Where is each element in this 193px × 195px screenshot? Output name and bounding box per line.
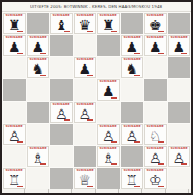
square-d4: SURINAME♙ (74, 102, 97, 123)
sheet-title-strip: UITGIFTE 2005: BOTWINNIK - KERES, DEN HA… (2, 2, 191, 12)
square-c6 (50, 57, 73, 78)
stamp-g7: SURINAME♟ (144, 35, 167, 56)
square-a1: SURINAME♖ (3, 168, 26, 189)
stamp-a7: SURINAME♟ (3, 35, 26, 56)
square-e1 (97, 168, 120, 189)
stamp-country-label: SURINAME (147, 125, 164, 127)
square-e6 (97, 57, 120, 78)
square-b7: SURINAME♟ (27, 35, 50, 56)
square-a7: SURINAME♟ (3, 35, 26, 56)
square-b3 (27, 124, 50, 145)
stamp-value-mark (87, 75, 93, 77)
square-b5 (27, 79, 50, 100)
square-g3: SURINAME♘ (144, 124, 167, 145)
stamp-value-mark (17, 186, 23, 188)
square-f3: SURINAME♙ (121, 124, 144, 145)
stamp-value-mark (111, 163, 117, 165)
sheet-selvage (2, 189, 191, 193)
square-e4 (97, 102, 120, 123)
stamp-e5: SURINAME♟ (97, 79, 120, 100)
square-e8: SURINAME♜ (97, 13, 120, 34)
stamp-f7: SURINAME♟ (121, 35, 144, 56)
square-c4: SURINAME♙ (50, 102, 73, 123)
square-d7 (74, 35, 97, 56)
square-h6 (168, 57, 191, 78)
square-d1: SURINAME♕ (74, 168, 97, 189)
square-g6 (144, 57, 167, 78)
stamp-b7: SURINAME♟ (27, 35, 50, 56)
stamp-value-mark (40, 75, 46, 77)
square-c2 (50, 146, 73, 167)
stamp-g3: SURINAME♘ (144, 124, 167, 145)
stamp-value-mark (158, 53, 164, 55)
square-c3 (50, 124, 73, 145)
stamp-country-label: SURINAME (76, 58, 93, 60)
stamp-country-label: SURINAME (100, 14, 117, 16)
stamp-value-mark (40, 163, 46, 165)
stamp-country-label: SURINAME (29, 36, 46, 38)
stamp-value-mark (87, 119, 93, 121)
square-d8: SURINAME♛ (74, 13, 97, 34)
stamp-g1: SURINAME♔ (144, 168, 167, 189)
stamp-f6: SURINAME♞ (121, 57, 144, 78)
stamp-sheet: UITGIFTE 2005: BOTWINNIK - KERES, DEN HA… (0, 0, 193, 195)
square-e7 (97, 35, 120, 56)
square-a4 (3, 102, 26, 123)
stamp-value-mark (134, 75, 140, 77)
stamp-country-label: SURINAME (53, 103, 70, 105)
stamp-b2: SURINAME♗ (27, 146, 50, 167)
stamp-country-label: SURINAME (100, 125, 117, 127)
stamp-country-label: SURINAME (76, 14, 93, 16)
square-b8 (27, 13, 50, 34)
stamp-value-mark (17, 53, 23, 55)
stamp-g8: SURINAME♚ (144, 13, 167, 34)
stamp-f1: SURINAME♖ (121, 168, 144, 189)
stamp-value-mark (17, 31, 23, 33)
stamp-country-label: SURINAME (123, 58, 140, 60)
square-a5 (3, 79, 26, 100)
stamp-e8: SURINAME♜ (97, 13, 120, 34)
square-f1: SURINAME♖ (121, 168, 144, 189)
square-f2 (121, 146, 144, 167)
square-a6 (3, 57, 26, 78)
stamp-f3: SURINAME♙ (121, 124, 144, 145)
stamp-d4: SURINAME♙ (74, 102, 97, 123)
stamp-g2: SURINAME♙ (144, 146, 167, 167)
stamp-a8: SURINAME♜ (3, 13, 26, 34)
square-g8: SURINAME♚ (144, 13, 167, 34)
stamp-b6: SURINAME♞ (27, 57, 50, 78)
stamp-value-mark (64, 31, 70, 33)
square-h8 (168, 13, 191, 34)
stamp-country-label: SURINAME (147, 147, 164, 149)
chess-board: SURINAME♜SURINAME♝SURINAME♛SURINAME♜SURI… (2, 12, 191, 189)
stamp-a1: SURINAME♖ (3, 168, 26, 189)
square-g5 (144, 79, 167, 100)
square-c5 (50, 79, 73, 100)
sheet-title: UITGIFTE 2005: BOTWINNIK - KERES, DEN HA… (30, 4, 162, 9)
stamp-country-label: SURINAME (123, 169, 140, 171)
stamp-h7: SURINAME♟ (168, 35, 191, 56)
square-g7: SURINAME♟ (144, 35, 167, 56)
stamp-value-mark (181, 163, 187, 165)
stamp-country-label: SURINAME (76, 169, 93, 171)
stamp-country-label: SURINAME (6, 169, 23, 171)
stamp-e2: SURINAME♗ (97, 146, 120, 167)
stamp-value-mark (87, 31, 93, 33)
square-d3 (74, 124, 97, 145)
square-d6: SURINAME♟ (74, 57, 97, 78)
stamp-value-mark (158, 31, 164, 33)
square-h2: SURINAME♙ (168, 146, 191, 167)
stamp-value-mark (158, 141, 164, 143)
stamp-country-label: SURINAME (76, 103, 93, 105)
square-c8: SURINAME♝ (50, 13, 73, 34)
stamp-e3: SURINAME♙ (97, 124, 120, 145)
stamp-value-mark (64, 119, 70, 121)
stamp-a3: SURINAME♙ (3, 124, 26, 145)
stamp-country-label: SURINAME (123, 125, 140, 127)
stamp-country-label: SURINAME (29, 147, 46, 149)
stamp-value-mark (158, 163, 164, 165)
square-h3 (168, 124, 191, 145)
square-a3: SURINAME♙ (3, 124, 26, 145)
stamp-country-label: SURINAME (100, 147, 117, 149)
square-f5 (121, 79, 144, 100)
stamp-d1: SURINAME♕ (74, 168, 97, 189)
square-a2 (3, 146, 26, 167)
square-e2: SURINAME♗ (97, 146, 120, 167)
square-h1 (168, 168, 191, 189)
square-f4 (121, 102, 144, 123)
stamp-value-mark (87, 186, 93, 188)
stamp-c8: SURINAME♝ (50, 13, 73, 34)
stamp-country-label: SURINAME (170, 36, 187, 38)
stamp-value-mark (40, 53, 46, 55)
stamp-value-mark (134, 186, 140, 188)
stamp-h2: SURINAME♙ (168, 146, 191, 167)
stamp-country-label: SURINAME (147, 14, 164, 16)
square-d2 (74, 146, 97, 167)
stamp-country-label: SURINAME (6, 125, 23, 127)
stamp-country-label: SURINAME (6, 14, 23, 16)
sheet-inner: UITGIFTE 2005: BOTWINNIK - KERES, DEN HA… (2, 2, 191, 193)
stamp-country-label: SURINAME (147, 169, 164, 171)
stamp-country-label: SURINAME (123, 36, 140, 38)
square-g2: SURINAME♙ (144, 146, 167, 167)
stamp-value-mark (111, 141, 117, 143)
square-f6: SURINAME♞ (121, 57, 144, 78)
square-h7: SURINAME♟ (168, 35, 191, 56)
stamp-country-label: SURINAME (53, 14, 70, 16)
square-e5: SURINAME♟ (97, 79, 120, 100)
stamp-c4: SURINAME♙ (50, 102, 73, 123)
stamp-value-mark (111, 97, 117, 99)
square-e3: SURINAME♙ (97, 124, 120, 145)
stamp-d6: SURINAME♟ (74, 57, 97, 78)
stamp-country-label: SURINAME (147, 36, 164, 38)
square-f7: SURINAME♟ (121, 35, 144, 56)
square-b1 (27, 168, 50, 189)
square-c1 (50, 168, 73, 189)
square-b6: SURINAME♞ (27, 57, 50, 78)
stamp-d8: SURINAME♛ (74, 13, 97, 34)
stamp-country-label: SURINAME (6, 36, 23, 38)
square-d5 (74, 79, 97, 100)
square-f8 (121, 13, 144, 34)
stamp-country-label: SURINAME (29, 58, 46, 60)
stamp-value-mark (181, 53, 187, 55)
square-h5 (168, 79, 191, 100)
square-a8: SURINAME♜ (3, 13, 26, 34)
stamp-country-label: SURINAME (170, 147, 187, 149)
stamp-value-mark (111, 31, 117, 33)
square-h4 (168, 102, 191, 123)
square-b4 (27, 102, 50, 123)
stamp-country-label: SURINAME (100, 80, 117, 82)
stamp-value-mark (17, 141, 23, 143)
stamp-value-mark (134, 141, 140, 143)
stamp-value-mark (134, 53, 140, 55)
square-g4 (144, 102, 167, 123)
square-b2: SURINAME♗ (27, 146, 50, 167)
square-c7 (50, 35, 73, 56)
square-g1: SURINAME♔ (144, 168, 167, 189)
stamp-value-mark (158, 186, 164, 188)
